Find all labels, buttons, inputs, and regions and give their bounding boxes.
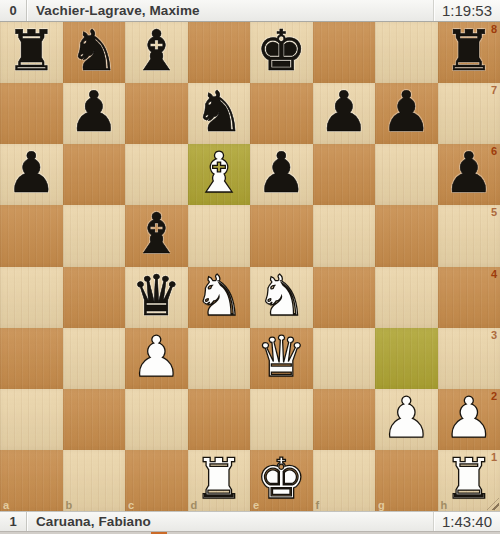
square-h7[interactable]: 7 bbox=[438, 83, 500, 144]
square-b8[interactable]: ♞ bbox=[63, 22, 126, 83]
black-rook-h8[interactable]: ♜ bbox=[444, 23, 494, 82]
square-f7[interactable]: ♟ bbox=[313, 83, 376, 144]
chess-app-window: 0 Vachier-Lagrave, Maxime 1:19:53 ♜♞♝♚♜8… bbox=[0, 0, 500, 534]
square-h2[interactable]: ♟2 bbox=[438, 389, 500, 450]
square-e5[interactable] bbox=[250, 205, 313, 266]
file-label-c: c bbox=[128, 499, 134, 511]
square-e3[interactable]: ♛ bbox=[250, 328, 313, 389]
white-pawn-g2[interactable]: ♟ bbox=[381, 390, 431, 449]
square-b3[interactable] bbox=[63, 328, 126, 389]
square-g4[interactable] bbox=[375, 267, 438, 328]
square-g1[interactable]: g bbox=[375, 450, 438, 511]
rank-label-7: 7 bbox=[491, 84, 497, 96]
square-c4[interactable]: ♛ bbox=[125, 267, 188, 328]
square-e2[interactable] bbox=[250, 389, 313, 450]
black-bishop-c8[interactable]: ♝ bbox=[131, 23, 181, 82]
square-h6[interactable]: ♟6 bbox=[438, 144, 500, 205]
player-bottom-name: Caruana, Fabiano bbox=[27, 512, 433, 531]
square-a6[interactable]: ♟ bbox=[0, 144, 63, 205]
square-c7[interactable] bbox=[125, 83, 188, 144]
square-d3[interactable] bbox=[188, 328, 251, 389]
square-a1[interactable]: a bbox=[0, 450, 63, 511]
square-d1[interactable]: ♜d bbox=[188, 450, 251, 511]
square-g7[interactable]: ♟ bbox=[375, 83, 438, 144]
white-queen-e3[interactable]: ♛ bbox=[256, 329, 306, 388]
square-a7[interactable] bbox=[0, 83, 63, 144]
white-bishop-d6[interactable]: ♝ bbox=[194, 145, 244, 204]
rank-label-4: 4 bbox=[491, 268, 497, 280]
white-pawn-h2[interactable]: ♟ bbox=[444, 390, 494, 449]
player-bottom-clock: 1:43:40 bbox=[433, 512, 500, 531]
black-pawn-e6[interactable]: ♟ bbox=[256, 145, 306, 204]
square-b1[interactable]: b bbox=[63, 450, 126, 511]
square-a8[interactable]: ♜ bbox=[0, 22, 63, 83]
square-h8[interactable]: ♜8 bbox=[438, 22, 500, 83]
square-b2[interactable] bbox=[63, 389, 126, 450]
black-pawn-f7[interactable]: ♟ bbox=[319, 84, 369, 143]
white-knight-d4[interactable]: ♞ bbox=[194, 268, 244, 327]
black-pawn-h6[interactable]: ♟ bbox=[444, 145, 494, 204]
square-a5[interactable] bbox=[0, 205, 63, 266]
square-f2[interactable] bbox=[313, 389, 376, 450]
square-g8[interactable] bbox=[375, 22, 438, 83]
square-g3[interactable] bbox=[375, 328, 438, 389]
square-h5[interactable]: 5 bbox=[438, 205, 500, 266]
square-e1[interactable]: ♚e bbox=[250, 450, 313, 511]
black-knight-b8[interactable]: ♞ bbox=[69, 23, 119, 82]
square-e8[interactable]: ♚ bbox=[250, 22, 313, 83]
square-d2[interactable] bbox=[188, 389, 251, 450]
square-g5[interactable] bbox=[375, 205, 438, 266]
square-f1[interactable]: f bbox=[313, 450, 376, 511]
square-c5[interactable]: ♝ bbox=[125, 205, 188, 266]
rank-label-5: 5 bbox=[491, 206, 497, 218]
square-d7[interactable]: ♞ bbox=[188, 83, 251, 144]
black-pawn-g7[interactable]: ♟ bbox=[381, 84, 431, 143]
square-h1[interactable]: ♜1h bbox=[438, 450, 500, 511]
file-label-g: g bbox=[378, 499, 385, 511]
square-h4[interactable]: 4 bbox=[438, 267, 500, 328]
square-h3[interactable]: 3 bbox=[438, 328, 500, 389]
file-label-a: a bbox=[3, 499, 9, 511]
square-b6[interactable] bbox=[63, 144, 126, 205]
player-bottom-index: 1 bbox=[0, 512, 27, 531]
black-rook-a8[interactable]: ♜ bbox=[6, 23, 56, 82]
square-e4[interactable]: ♞ bbox=[250, 267, 313, 328]
square-e6[interactable]: ♟ bbox=[250, 144, 313, 205]
square-d5[interactable] bbox=[188, 205, 251, 266]
chess-board: ♜♞♝♚♜8♟♞♟♟7♟♝♟♟6♝5♛♞♞4♟♛3♟♟2abc♜d♚efg♜1h bbox=[0, 22, 500, 511]
square-d8[interactable] bbox=[188, 22, 251, 83]
square-e7[interactable] bbox=[250, 83, 313, 144]
square-b4[interactable] bbox=[63, 267, 126, 328]
file-label-b: b bbox=[66, 499, 73, 511]
black-king-e8[interactable]: ♚ bbox=[256, 23, 306, 82]
square-d6[interactable]: ♝ bbox=[188, 144, 251, 205]
white-knight-e4[interactable]: ♞ bbox=[256, 268, 306, 327]
player-bar-bottom: 1 Caruana, Fabiano 1:43:40 bbox=[0, 511, 500, 531]
square-f3[interactable] bbox=[313, 328, 376, 389]
file-label-f: f bbox=[316, 499, 320, 511]
square-a2[interactable] bbox=[0, 389, 63, 450]
square-d4[interactable]: ♞ bbox=[188, 267, 251, 328]
square-f8[interactable] bbox=[313, 22, 376, 83]
white-king-e1[interactable]: ♚ bbox=[256, 451, 306, 510]
square-c6[interactable] bbox=[125, 144, 188, 205]
square-b5[interactable] bbox=[63, 205, 126, 266]
square-a4[interactable] bbox=[0, 267, 63, 328]
rank-label-3: 3 bbox=[491, 329, 497, 341]
white-rook-h1[interactable]: ♜ bbox=[444, 451, 494, 510]
square-c3[interactable]: ♟ bbox=[125, 328, 188, 389]
square-f4[interactable] bbox=[313, 267, 376, 328]
square-g2[interactable]: ♟ bbox=[375, 389, 438, 450]
square-c1[interactable]: c bbox=[125, 450, 188, 511]
square-g6[interactable] bbox=[375, 144, 438, 205]
black-queen-c4[interactable]: ♛ bbox=[131, 268, 181, 327]
black-bishop-c5[interactable]: ♝ bbox=[131, 206, 181, 265]
square-f5[interactable] bbox=[313, 205, 376, 266]
square-f6[interactable] bbox=[313, 144, 376, 205]
square-b7[interactable]: ♟ bbox=[63, 83, 126, 144]
square-a3[interactable] bbox=[0, 328, 63, 389]
white-rook-d1[interactable]: ♜ bbox=[194, 451, 244, 510]
black-pawn-a6[interactable]: ♟ bbox=[6, 145, 56, 204]
square-c8[interactable]: ♝ bbox=[125, 22, 188, 83]
black-knight-d7[interactable]: ♞ bbox=[194, 84, 244, 143]
black-pawn-b7[interactable]: ♟ bbox=[69, 84, 119, 143]
square-c2[interactable] bbox=[125, 389, 188, 450]
white-pawn-c3[interactable]: ♟ bbox=[131, 329, 181, 388]
